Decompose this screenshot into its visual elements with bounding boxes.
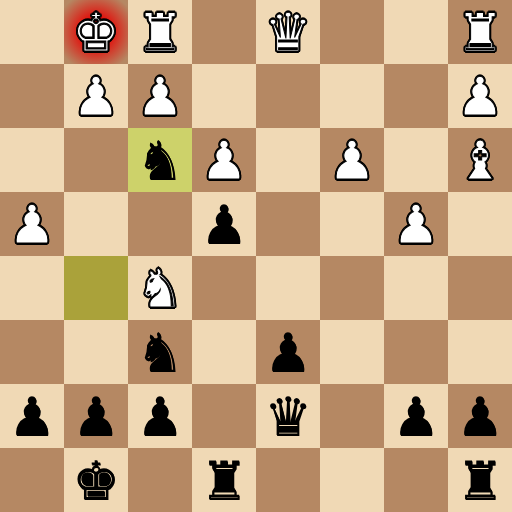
- square-e2[interactable]: ♛: [256, 384, 320, 448]
- black-knight-icon[interactable]: ♞: [136, 134, 184, 187]
- white-knight-icon[interactable]: ♞: [136, 262, 184, 315]
- white-pawn-icon[interactable]: ♟: [328, 134, 376, 187]
- square-d8[interactable]: [192, 0, 256, 64]
- square-a1[interactable]: [0, 448, 64, 512]
- square-h6[interactable]: ♝: [448, 128, 512, 192]
- square-d7[interactable]: [192, 64, 256, 128]
- square-b5[interactable]: [64, 192, 128, 256]
- square-a5[interactable]: ♟: [0, 192, 64, 256]
- square-c6[interactable]: ♞: [128, 128, 192, 192]
- square-g1[interactable]: [384, 448, 448, 512]
- white-bishop-icon[interactable]: ♝: [456, 134, 504, 187]
- white-rook-icon[interactable]: ♜: [136, 6, 184, 59]
- square-c5[interactable]: [128, 192, 192, 256]
- square-h5[interactable]: [448, 192, 512, 256]
- square-f6[interactable]: ♟: [320, 128, 384, 192]
- square-g8[interactable]: [384, 0, 448, 64]
- square-f3[interactable]: [320, 320, 384, 384]
- square-a4[interactable]: [0, 256, 64, 320]
- square-c4[interactable]: ♞: [128, 256, 192, 320]
- black-knight-icon[interactable]: ♞: [136, 326, 184, 379]
- black-pawn-icon[interactable]: ♟: [200, 198, 248, 251]
- square-d3[interactable]: [192, 320, 256, 384]
- square-g4[interactable]: [384, 256, 448, 320]
- square-f2[interactable]: [320, 384, 384, 448]
- square-c7[interactable]: ♟: [128, 64, 192, 128]
- square-b8[interactable]: ♚: [64, 0, 128, 64]
- square-a6[interactable]: [0, 128, 64, 192]
- square-h2[interactable]: ♟: [448, 384, 512, 448]
- black-pawn-icon[interactable]: ♟: [456, 390, 504, 443]
- square-a2[interactable]: ♟: [0, 384, 64, 448]
- white-pawn-icon[interactable]: ♟: [72, 70, 120, 123]
- black-king-icon[interactable]: ♚: [72, 454, 120, 507]
- square-e3[interactable]: ♟: [256, 320, 320, 384]
- square-h7[interactable]: ♟: [448, 64, 512, 128]
- black-pawn-icon[interactable]: ♟: [72, 390, 120, 443]
- square-g7[interactable]: [384, 64, 448, 128]
- square-c3[interactable]: ♞: [128, 320, 192, 384]
- white-pawn-icon[interactable]: ♟: [392, 198, 440, 251]
- square-d4[interactable]: [192, 256, 256, 320]
- square-h4[interactable]: [448, 256, 512, 320]
- white-pawn-icon[interactable]: ♟: [8, 198, 56, 251]
- square-d5[interactable]: ♟: [192, 192, 256, 256]
- square-b7[interactable]: ♟: [64, 64, 128, 128]
- square-g2[interactable]: ♟: [384, 384, 448, 448]
- white-king-icon[interactable]: ♚: [72, 6, 120, 59]
- square-c2[interactable]: ♟: [128, 384, 192, 448]
- square-a8[interactable]: [0, 0, 64, 64]
- black-pawn-icon[interactable]: ♟: [8, 390, 56, 443]
- square-d2[interactable]: [192, 384, 256, 448]
- black-pawn-icon[interactable]: ♟: [264, 326, 312, 379]
- square-c1[interactable]: [128, 448, 192, 512]
- black-rook-icon[interactable]: ♜: [200, 454, 248, 507]
- square-f4[interactable]: [320, 256, 384, 320]
- square-b3[interactable]: [64, 320, 128, 384]
- square-f8[interactable]: [320, 0, 384, 64]
- square-c8[interactable]: ♜: [128, 0, 192, 64]
- square-h8[interactable]: ♜: [448, 0, 512, 64]
- square-b2[interactable]: ♟: [64, 384, 128, 448]
- square-d6[interactable]: ♟: [192, 128, 256, 192]
- square-h3[interactable]: [448, 320, 512, 384]
- square-a3[interactable]: [0, 320, 64, 384]
- square-b6[interactable]: [64, 128, 128, 192]
- black-pawn-icon[interactable]: ♟: [136, 390, 184, 443]
- white-queen-icon[interactable]: ♛: [264, 6, 312, 59]
- square-b4[interactable]: [64, 256, 128, 320]
- square-g6[interactable]: [384, 128, 448, 192]
- square-f1[interactable]: [320, 448, 384, 512]
- square-e1[interactable]: [256, 448, 320, 512]
- white-rook-icon[interactable]: ♜: [456, 6, 504, 59]
- black-rook-icon[interactable]: ♜: [456, 454, 504, 507]
- white-pawn-icon[interactable]: ♟: [456, 70, 504, 123]
- square-h1[interactable]: ♜: [448, 448, 512, 512]
- square-e4[interactable]: [256, 256, 320, 320]
- square-b1[interactable]: ♚: [64, 448, 128, 512]
- square-g5[interactable]: ♟: [384, 192, 448, 256]
- square-a7[interactable]: [0, 64, 64, 128]
- square-e7[interactable]: [256, 64, 320, 128]
- white-pawn-icon[interactable]: ♟: [136, 70, 184, 123]
- black-pawn-icon[interactable]: ♟: [392, 390, 440, 443]
- chess-board: ♚♜♛♜♟♟♟♞♟♟♝♟♟♟♞♞♟♟♟♟♛♟♟♚♜♜: [0, 0, 512, 512]
- square-d1[interactable]: ♜: [192, 448, 256, 512]
- square-e8[interactable]: ♛: [256, 0, 320, 64]
- white-pawn-icon[interactable]: ♟: [200, 134, 248, 187]
- square-g3[interactable]: [384, 320, 448, 384]
- black-queen-icon[interactable]: ♛: [264, 390, 312, 443]
- square-e6[interactable]: [256, 128, 320, 192]
- square-f7[interactable]: [320, 64, 384, 128]
- square-f5[interactable]: [320, 192, 384, 256]
- square-e5[interactable]: [256, 192, 320, 256]
